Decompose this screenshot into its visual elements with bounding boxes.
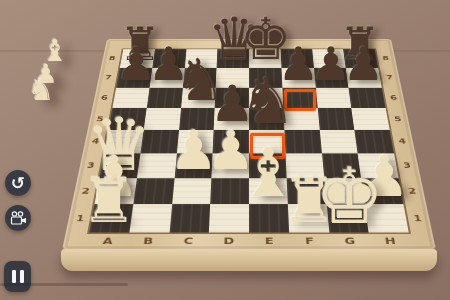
file-label-d: D bbox=[208, 233, 249, 249]
pause-bar-icon bbox=[12, 270, 16, 283]
square-h5[interactable] bbox=[351, 108, 389, 130]
white-rook-a1[interactable]: ♜ bbox=[81, 171, 136, 233]
camera-view-button[interactable] bbox=[5, 205, 31, 231]
video-camera-icon bbox=[10, 211, 27, 226]
pause-button[interactable] bbox=[4, 261, 31, 292]
game-screen: ABCDEFGH 87654321 87654321 ♝♟♞ ♜♛♚♜♟♟♟♟♟… bbox=[0, 0, 450, 300]
black-pawn-h7[interactable]: ♟ bbox=[343, 41, 384, 87]
pause-bar-icon bbox=[20, 270, 24, 283]
undo-button[interactable]: ↺ bbox=[5, 170, 31, 196]
white-king-g1[interactable]: ♚ bbox=[315, 158, 384, 235]
board-front-edge bbox=[61, 249, 437, 271]
rank-label-6: 6 bbox=[382, 87, 406, 108]
square-c1[interactable] bbox=[169, 204, 210, 232]
undo-arrow-icon: ↺ bbox=[11, 173, 25, 193]
square-g5[interactable] bbox=[317, 108, 354, 130]
rank-label-5: 5 bbox=[386, 108, 411, 130]
captured-white-knight: ♞ bbox=[28, 75, 55, 105]
file-label-c: C bbox=[168, 233, 209, 249]
